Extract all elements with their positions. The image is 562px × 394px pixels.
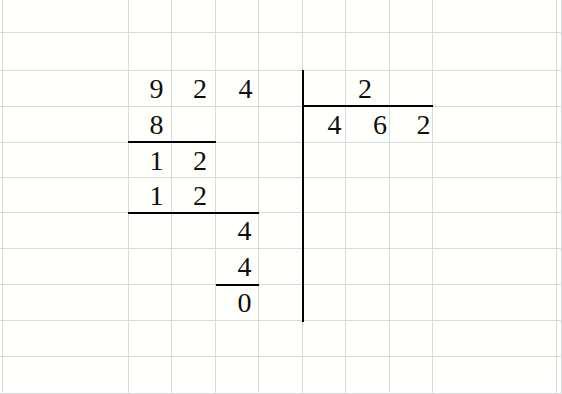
subtract-rule-2: [128, 212, 259, 214]
grid-cell: [172, 0, 216, 33]
grid-cell: [346, 0, 390, 33]
dividend-digit: 9: [135, 71, 178, 107]
subtract-rule-1: [128, 141, 216, 143]
grid-cell: [129, 249, 172, 285]
grid-cell: [390, 213, 433, 249]
grid-cell: [259, 178, 303, 213]
grid-cell: [346, 321, 390, 357]
grid-cell: [346, 143, 390, 178]
grid-cell: [557, 321, 562, 357]
grid-cell: [557, 71, 562, 107]
grid-cell: [390, 0, 433, 33]
grid-cell: [557, 33, 562, 71]
grid-cell: [259, 33, 303, 71]
grid-cell: [303, 178, 346, 213]
grid-cell: [557, 285, 562, 321]
grid-cell: [216, 178, 259, 213]
grid-cell: [216, 107, 259, 143]
grid-cell: [433, 33, 557, 71]
subtract-rule-3: [216, 284, 259, 286]
work-digit: 2: [178, 178, 222, 213]
grid-cell: [557, 107, 562, 143]
grid-cell: [3, 107, 129, 143]
grid-cell: [172, 213, 216, 249]
squared-paper: 924284621212440: [0, 0, 562, 394]
grid-cell: [303, 321, 346, 357]
quotient-digit: 2: [402, 107, 445, 143]
grid-cell: [259, 107, 303, 143]
grid-cell: [433, 143, 557, 178]
work-digit: 8: [135, 107, 178, 143]
work-digit: 4: [223, 249, 266, 285]
grid-cell: [129, 0, 172, 33]
grid-cell: [172, 107, 216, 143]
grid-cell: [557, 357, 562, 394]
grid-cell: [216, 321, 259, 357]
quotient-digit: 6: [358, 107, 402, 143]
grid-cell: [3, 213, 129, 249]
work-digit: 1: [135, 143, 178, 178]
dividend-digit: 2: [178, 71, 222, 107]
divisor-digit: 2: [343, 71, 387, 107]
grid-cell: [433, 213, 557, 249]
grid-cell: [129, 33, 172, 71]
grid-cell: [259, 143, 303, 178]
grid-cell: [3, 33, 129, 71]
grid-cell: [303, 285, 346, 321]
grid-cell: [172, 357, 216, 394]
quotient-underline: [303, 105, 433, 107]
grid-cell: [303, 71, 346, 107]
grid-cell: [259, 321, 303, 357]
grid-cell: [216, 143, 259, 178]
grid-cell: [172, 285, 216, 321]
grid-cell: [3, 0, 129, 33]
division-bar-vertical: [302, 70, 304, 322]
grid-cell: [433, 357, 557, 394]
grid-cell: [216, 357, 259, 394]
grid-cell: [390, 249, 433, 285]
grid-cell: [129, 285, 172, 321]
grid-cell: [433, 285, 557, 321]
quotient-digit: 4: [313, 107, 356, 143]
grid-cell: [259, 0, 303, 33]
grid-cell: [129, 213, 172, 249]
dividend-digit: 4: [224, 71, 267, 107]
grid-cell: [557, 178, 562, 213]
grid-cell: [3, 357, 129, 394]
grid-cell: [390, 285, 433, 321]
grid-cell: [346, 285, 390, 321]
grid-cell: [3, 285, 129, 321]
work-digit: 0: [223, 285, 266, 321]
grid-cell: [390, 178, 433, 213]
grid-cell: [3, 249, 129, 285]
grid-cell: [216, 0, 259, 33]
grid-cell: [303, 357, 346, 394]
grid-cell: [303, 249, 346, 285]
grid-cell: [172, 321, 216, 357]
grid-cell: [433, 249, 557, 285]
grid-cell: [433, 0, 557, 33]
grid-cell: [433, 107, 557, 143]
grid-cell: [557, 143, 562, 178]
grid-cell: [3, 143, 129, 178]
grid-cell: [172, 249, 216, 285]
grid-cell: [390, 357, 433, 394]
grid-cell: [433, 178, 557, 213]
grid-cell: [433, 71, 557, 107]
grid-cell: [390, 143, 433, 178]
grid-cell: [259, 357, 303, 394]
grid-cell: [557, 213, 562, 249]
grid-cell: [216, 33, 259, 71]
grid-cell: [433, 321, 557, 357]
grid-cell: [3, 71, 129, 107]
grid-cell: [129, 357, 172, 394]
grid-cell: [303, 143, 346, 178]
grid-cell: [303, 0, 346, 33]
grid-cell: [346, 357, 390, 394]
grid-cell: [303, 33, 346, 71]
grid-cell: [3, 178, 129, 213]
grid-cell: [172, 33, 216, 71]
work-digit: 2: [178, 143, 222, 178]
grid-cell: [346, 178, 390, 213]
grid-cell: [346, 213, 390, 249]
work-digit: 1: [135, 178, 178, 213]
grid-cell: [3, 321, 129, 357]
grid-cell: [346, 33, 390, 71]
grid-cell: [303, 213, 346, 249]
grid-cell: [129, 321, 172, 357]
grid-cell: [390, 33, 433, 71]
work-digit: 4: [223, 213, 266, 249]
grid-cell: [557, 0, 562, 33]
grid-cell: [390, 71, 433, 107]
grid-cell: [346, 249, 390, 285]
grid-cell: [557, 249, 562, 285]
grid-cell: [390, 321, 433, 357]
